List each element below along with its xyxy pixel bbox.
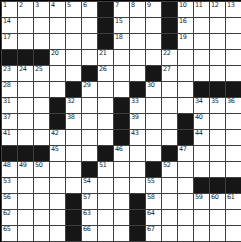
cell-r15c14[interactable] — [210, 226, 225, 241]
black-cell-r10c7 — [98, 146, 113, 161]
black-cell-r3c11 — [162, 34, 177, 49]
clue-number-44: 44 — [195, 130, 203, 137]
cell-r13c2[interactable] — [18, 194, 33, 209]
cell-r14c2[interactable] — [18, 210, 33, 225]
clue-number-20: 20 — [51, 50, 59, 57]
cell-r6c3[interactable] — [34, 82, 49, 97]
cell-r10c14[interactable] — [210, 146, 225, 161]
cell-r15c3[interactable] — [34, 226, 49, 241]
cell-r7c7[interactable] — [98, 98, 113, 113]
black-cell-r1c7 — [98, 2, 113, 17]
clue-number-16: 16 — [179, 18, 187, 25]
cell-r15c8[interactable] — [114, 226, 129, 241]
cell-r11c11[interactable]: 52 — [162, 162, 177, 177]
cell-r2c2[interactable] — [18, 18, 33, 33]
clue-number-18: 18 — [115, 34, 123, 41]
cell-r3c12[interactable]: 19 — [178, 34, 193, 49]
clue-number-6: 6 — [83, 2, 87, 9]
crossword-grid: 1234567891011121314151617181920212223242… — [0, 0, 241, 242]
cell-r12c2[interactable] — [18, 178, 33, 193]
cell-r2c9[interactable] — [130, 18, 145, 33]
clue-number-66: 66 — [83, 226, 91, 233]
cell-r7c3[interactable] — [34, 98, 49, 113]
cell-r5c8[interactable] — [114, 66, 129, 81]
black-cell-r10c2 — [18, 146, 33, 161]
clue-number-35: 35 — [211, 98, 219, 105]
cell-r5c13[interactable] — [194, 66, 209, 81]
cell-r6c8[interactable] — [114, 82, 129, 97]
black-cell-r7c4 — [50, 98, 65, 113]
cell-r12c9[interactable] — [130, 178, 145, 193]
cell-r12c11[interactable] — [162, 178, 177, 193]
cell-r10c15[interactable] — [226, 146, 241, 161]
cell-r8c11[interactable] — [162, 114, 177, 129]
cell-r1c12[interactable]: 10 — [178, 2, 193, 17]
cell-r4c7[interactable]: 21 — [98, 50, 113, 65]
cell-r1c3[interactable]: 3 — [34, 2, 49, 17]
clue-number-47: 47 — [179, 146, 187, 153]
cell-r9c10[interactable] — [146, 130, 161, 145]
cell-r6c2[interactable] — [18, 82, 33, 97]
cell-r14c10[interactable]: 64 — [146, 210, 161, 225]
clue-number-26: 26 — [99, 66, 107, 73]
cell-r8c9[interactable]: 39 — [130, 114, 145, 129]
crossword-puzzle: 1234567891011121314151617181920212223242… — [0, 0, 241, 242]
cell-r13c4[interactable] — [50, 194, 65, 209]
cell-r9c4[interactable]: 42 — [50, 130, 65, 145]
cell-r4c12[interactable] — [178, 50, 193, 65]
black-cell-r6c13 — [194, 82, 209, 97]
cell-r7c13[interactable]: 34 — [194, 98, 209, 113]
clue-number-40: 40 — [195, 114, 203, 121]
clue-number-62: 62 — [3, 210, 11, 217]
cell-r7c10[interactable] — [146, 98, 161, 113]
black-cell-r14c9 — [130, 210, 145, 225]
cell-r6c12[interactable] — [178, 82, 193, 97]
black-cell-r10c1 — [2, 146, 17, 161]
cell-r7c2[interactable] — [18, 98, 33, 113]
cell-r14c3[interactable] — [34, 210, 49, 225]
clue-number-45: 45 — [51, 146, 59, 153]
cell-r8c1[interactable]: 37 — [2, 114, 17, 129]
cell-r15c4[interactable] — [50, 226, 65, 241]
cell-r3c15[interactable] — [226, 34, 241, 49]
cell-r5c11[interactable]: 27 — [162, 66, 177, 81]
clue-number-48: 48 — [3, 162, 11, 169]
cell-r13c15[interactable]: 61 — [226, 194, 241, 209]
cell-r6c7[interactable] — [98, 82, 113, 97]
clue-number-65: 65 — [3, 226, 11, 233]
black-cell-r4c1 — [2, 50, 17, 65]
clue-number-32: 32 — [67, 98, 75, 105]
black-cell-r10c3 — [34, 146, 49, 161]
cell-r11c13[interactable] — [194, 162, 209, 177]
cell-r9c1[interactable]: 41 — [2, 130, 17, 145]
cell-r9c5[interactable] — [66, 130, 81, 145]
black-cell-r5c6 — [82, 66, 97, 81]
clue-number-13: 13 — [227, 2, 235, 9]
cell-r14c4[interactable] — [50, 210, 65, 225]
black-cell-r6c5 — [66, 82, 81, 97]
cell-r13c12[interactable] — [178, 194, 193, 209]
cell-r14c12[interactable] — [178, 210, 193, 225]
clue-number-37: 37 — [3, 114, 11, 121]
black-cell-r2c11 — [162, 18, 177, 33]
cell-r2c5[interactable] — [66, 18, 81, 33]
cell-r11c14[interactable] — [210, 162, 225, 177]
clue-number-1: 1 — [3, 2, 7, 9]
cell-r7c15[interactable]: 36 — [226, 98, 241, 113]
cell-r2c6[interactable] — [82, 18, 97, 33]
cell-r4c4[interactable]: 20 — [50, 50, 65, 65]
clue-number-55: 55 — [147, 178, 155, 185]
cell-r11c3[interactable]: 50 — [34, 162, 49, 177]
cell-r5c5[interactable] — [66, 66, 81, 81]
clue-number-30: 30 — [147, 82, 155, 89]
cell-r10c13[interactable] — [194, 146, 209, 161]
cell-r13c3[interactable] — [34, 194, 49, 209]
cell-r5c12[interactable] — [178, 66, 193, 81]
cell-r12c8[interactable] — [114, 178, 129, 193]
cell-r11c8[interactable] — [114, 162, 129, 177]
cell-r9c9[interactable]: 43 — [130, 130, 145, 145]
cell-r12c4[interactable] — [50, 178, 65, 193]
cell-r4c11[interactable]: 22 — [162, 50, 177, 65]
clue-number-23: 23 — [3, 66, 11, 73]
black-cell-r5c10 — [146, 66, 161, 81]
black-cell-r6c14 — [210, 82, 225, 97]
black-cell-r15c5 — [66, 226, 81, 241]
black-cell-r12c14 — [210, 178, 225, 193]
cell-r1c5[interactable]: 5 — [66, 2, 81, 17]
cell-r15c6[interactable]: 66 — [82, 226, 97, 241]
black-cell-r15c9 — [130, 226, 145, 241]
cell-r7c12[interactable] — [178, 98, 193, 113]
clue-number-52: 52 — [163, 162, 171, 169]
clue-number-39: 39 — [131, 114, 139, 121]
cell-r3c2[interactable] — [18, 34, 33, 49]
cell-r12c5[interactable] — [66, 178, 81, 193]
cell-r5c3[interactable]: 25 — [34, 66, 49, 81]
cell-r11c15[interactable] — [226, 162, 241, 177]
black-cell-r11c10 — [146, 162, 161, 177]
cell-r3c14[interactable] — [210, 34, 225, 49]
black-cell-r12c13 — [194, 178, 209, 193]
clue-number-59: 59 — [195, 194, 203, 201]
clue-number-57: 57 — [83, 194, 91, 201]
cell-r15c11[interactable] — [162, 226, 177, 241]
cell-r1c4[interactable]: 4 — [50, 2, 65, 17]
cell-r5c2[interactable]: 24 — [18, 66, 33, 81]
cell-r4c5[interactable] — [66, 50, 81, 65]
cell-r7c11[interactable] — [162, 98, 177, 113]
black-cell-r8c12 — [178, 114, 193, 129]
cell-r7c6[interactable] — [82, 98, 97, 113]
clue-number-36: 36 — [227, 98, 235, 105]
cell-r8c5[interactable]: 38 — [66, 114, 81, 129]
black-cell-r1c11 — [162, 2, 177, 17]
cell-r15c2[interactable] — [18, 226, 33, 241]
clue-number-7: 7 — [115, 2, 119, 9]
black-cell-r8c8 — [114, 114, 129, 129]
cell-r3c1[interactable]: 17 — [2, 34, 17, 49]
clue-number-14: 14 — [3, 18, 11, 25]
cell-r14c14[interactable] — [210, 210, 225, 225]
cell-r10c9[interactable] — [130, 146, 145, 161]
clue-number-34: 34 — [195, 98, 203, 105]
clue-number-15: 15 — [115, 18, 123, 25]
cell-r14c15[interactable] — [226, 210, 241, 225]
cell-r4c15[interactable] — [226, 50, 241, 65]
cell-r6c6[interactable]: 29 — [82, 82, 97, 97]
cell-r13c10[interactable]: 58 — [146, 194, 161, 209]
clue-number-54: 54 — [83, 178, 91, 185]
cell-r12c1[interactable]: 53 — [2, 178, 17, 193]
cell-r8c6[interactable] — [82, 114, 97, 129]
cell-r14c13[interactable] — [194, 210, 209, 225]
clue-number-27: 27 — [163, 66, 171, 73]
cell-r9c11[interactable] — [162, 130, 177, 145]
cell-r4c6[interactable] — [82, 50, 97, 65]
cell-r2c4[interactable] — [50, 18, 65, 33]
cell-r3c5[interactable] — [66, 34, 81, 49]
black-cell-r14c5 — [66, 210, 81, 225]
cell-r5c14[interactable] — [210, 66, 225, 81]
cell-r15c12[interactable] — [178, 226, 193, 241]
black-cell-r9c12 — [178, 130, 193, 145]
cell-r10c4[interactable]: 45 — [50, 146, 65, 161]
clue-number-8: 8 — [131, 2, 135, 9]
cell-r3c9[interactable] — [130, 34, 145, 49]
clue-number-25: 25 — [35, 66, 43, 73]
cell-r12c7[interactable] — [98, 178, 113, 193]
cell-r1c6[interactable]: 6 — [82, 2, 97, 17]
cell-r7c1[interactable]: 31 — [2, 98, 17, 113]
cell-r8c13[interactable]: 40 — [194, 114, 209, 129]
cell-r1c9[interactable]: 8 — [130, 2, 145, 17]
black-cell-r8c4 — [50, 114, 65, 129]
cell-r5c15[interactable] — [226, 66, 241, 81]
cell-r7c14[interactable]: 35 — [210, 98, 225, 113]
clue-number-42: 42 — [51, 130, 59, 137]
cell-r11c5[interactable] — [66, 162, 81, 177]
clue-number-24: 24 — [19, 66, 27, 73]
cell-r2c1[interactable]: 14 — [2, 18, 17, 33]
clue-number-41: 41 — [3, 130, 11, 137]
cell-r9c6[interactable] — [82, 130, 97, 145]
cell-r8c3[interactable] — [34, 114, 49, 129]
black-cell-r9c8 — [114, 130, 129, 145]
cell-r10c6[interactable] — [82, 146, 97, 161]
cell-r11c9[interactable] — [130, 162, 145, 177]
cell-r8c15[interactable] — [226, 114, 241, 129]
clue-number-4: 4 — [51, 2, 55, 9]
cell-r11c7[interactable]: 51 — [98, 162, 113, 177]
black-cell-r6c9 — [130, 82, 145, 97]
cell-r4c13[interactable] — [194, 50, 209, 65]
cell-r13c13[interactable]: 59 — [194, 194, 209, 209]
cell-r2c15[interactable] — [226, 18, 241, 33]
clue-number-46: 46 — [115, 146, 123, 153]
cell-r15c1[interactable]: 65 — [2, 226, 17, 241]
cell-r14c7[interactable] — [98, 210, 113, 225]
clue-number-50: 50 — [35, 162, 43, 169]
cell-r9c2[interactable] — [18, 130, 33, 145]
black-cell-r4c3 — [34, 50, 49, 65]
cell-r9c7[interactable] — [98, 130, 113, 145]
cell-r1c2[interactable]: 2 — [18, 2, 33, 17]
cell-r10c5[interactable] — [66, 146, 81, 161]
cell-r6c10[interactable]: 30 — [146, 82, 161, 97]
cell-r12c12[interactable] — [178, 178, 193, 193]
cell-r5c7[interactable]: 26 — [98, 66, 113, 81]
cell-r14c1[interactable]: 62 — [2, 210, 17, 225]
cell-r12c6[interactable]: 54 — [82, 178, 97, 193]
cell-r13c7[interactable] — [98, 194, 113, 209]
cell-r1c13[interactable]: 11 — [194, 2, 209, 17]
cell-r6c1[interactable]: 28 — [2, 82, 17, 97]
clue-number-22: 22 — [163, 50, 171, 57]
cell-r8c2[interactable] — [18, 114, 33, 129]
clue-number-38: 38 — [67, 114, 75, 121]
clue-number-61: 61 — [227, 194, 235, 201]
clue-number-67: 67 — [147, 226, 155, 233]
cell-r9c15[interactable] — [226, 130, 241, 145]
cell-r15c7[interactable] — [98, 226, 113, 241]
cell-r7c5[interactable]: 32 — [66, 98, 81, 113]
cell-r11c1[interactable]: 48 — [2, 162, 17, 177]
black-cell-r13c9 — [130, 194, 145, 209]
clue-number-3: 3 — [35, 2, 39, 9]
clue-number-64: 64 — [147, 210, 155, 217]
cell-r14c11[interactable] — [162, 210, 177, 225]
cell-r3c13[interactable] — [194, 34, 209, 49]
cell-r8c14[interactable] — [210, 114, 225, 129]
cell-r13c14[interactable]: 60 — [210, 194, 225, 209]
black-cell-r6c15 — [226, 82, 241, 97]
clue-number-19: 19 — [179, 34, 187, 41]
cell-r14c8[interactable] — [114, 210, 129, 225]
cell-r11c2[interactable]: 49 — [18, 162, 33, 177]
clue-number-5: 5 — [67, 2, 71, 9]
cell-r8c7[interactable] — [98, 114, 113, 129]
cell-r1c15[interactable]: 13 — [226, 2, 241, 17]
cell-r8c10[interactable] — [146, 114, 161, 129]
black-cell-r4c2 — [18, 50, 33, 65]
cell-r5c1[interactable]: 23 — [2, 66, 17, 81]
cell-r5c9[interactable] — [130, 66, 145, 81]
cell-r15c15[interactable] — [226, 226, 241, 241]
cell-r3c4[interactable] — [50, 34, 65, 49]
cell-r1c14[interactable]: 12 — [210, 2, 225, 17]
black-cell-r13c5 — [66, 194, 81, 209]
black-cell-r7c8 — [114, 98, 129, 113]
cell-r6c11[interactable] — [162, 82, 177, 97]
clue-number-21: 21 — [99, 50, 107, 57]
clue-number-56: 56 — [3, 194, 11, 201]
cell-r3c3[interactable] — [34, 34, 49, 49]
clue-number-29: 29 — [83, 82, 91, 89]
cell-r1c8[interactable]: 7 — [114, 2, 129, 17]
cell-r13c6[interactable]: 57 — [82, 194, 97, 209]
cell-r3c8[interactable]: 18 — [114, 34, 129, 49]
cell-r12c10[interactable]: 55 — [146, 178, 161, 193]
clue-number-60: 60 — [211, 194, 219, 201]
clue-number-51: 51 — [99, 162, 107, 169]
black-cell-r2c7 — [98, 18, 113, 33]
clue-number-49: 49 — [19, 162, 27, 169]
cell-r4c9[interactable] — [130, 50, 145, 65]
cell-r1c1[interactable]: 1 — [2, 2, 17, 17]
cell-r2c10[interactable] — [146, 18, 161, 33]
cell-r10c12[interactable]: 47 — [178, 146, 193, 161]
cell-r4c10[interactable] — [146, 50, 161, 65]
cell-r15c10[interactable]: 67 — [146, 226, 161, 241]
clue-number-17: 17 — [3, 34, 11, 41]
cell-r2c8[interactable]: 15 — [114, 18, 129, 33]
cell-r4c14[interactable] — [210, 50, 225, 65]
clue-number-53: 53 — [3, 178, 11, 185]
clue-number-33: 33 — [131, 98, 139, 105]
cell-r2c13[interactable] — [194, 18, 209, 33]
cell-r6c4[interactable] — [50, 82, 65, 97]
cell-r1c10[interactable]: 9 — [146, 2, 161, 17]
clue-number-10: 10 — [179, 2, 187, 9]
cell-r13c8[interactable] — [114, 194, 129, 209]
clue-number-11: 11 — [195, 2, 203, 9]
clue-number-28: 28 — [3, 82, 11, 89]
cell-r10c10[interactable] — [146, 146, 161, 161]
clue-number-2: 2 — [19, 2, 23, 9]
cell-r10c8[interactable]: 46 — [114, 146, 129, 161]
cell-r5c4[interactable] — [50, 66, 65, 81]
clue-number-9: 9 — [147, 2, 151, 9]
cell-r11c4[interactable] — [50, 162, 65, 177]
cell-r7c9[interactable]: 33 — [130, 98, 145, 113]
black-cell-r12c15 — [226, 178, 241, 193]
clue-number-63: 63 — [83, 210, 91, 217]
clue-number-31: 31 — [3, 98, 11, 105]
black-cell-r3c7 — [98, 34, 113, 49]
cell-r4c8[interactable] — [114, 50, 129, 65]
cell-r13c1[interactable]: 56 — [2, 194, 17, 209]
cell-r2c14[interactable] — [210, 18, 225, 33]
cell-r3c6[interactable] — [82, 34, 97, 49]
cell-r9c13[interactable]: 44 — [194, 130, 209, 145]
cell-r2c3[interactable] — [34, 18, 49, 33]
cell-r15c13[interactable] — [194, 226, 209, 241]
clue-number-43: 43 — [131, 130, 139, 137]
black-cell-r11c6 — [82, 162, 97, 177]
cell-r3c10[interactable] — [146, 34, 161, 49]
cell-r9c3[interactable] — [34, 130, 49, 145]
cell-r2c12[interactable]: 16 — [178, 18, 193, 33]
cell-r9c14[interactable] — [210, 130, 225, 145]
clue-number-58: 58 — [147, 194, 155, 201]
cell-r11c12[interactable] — [178, 162, 193, 177]
cell-r14c6[interactable]: 63 — [82, 210, 97, 225]
cell-r12c3[interactable] — [34, 178, 49, 193]
black-cell-r10c11 — [162, 146, 177, 161]
cell-r13c11[interactable] — [162, 194, 177, 209]
clue-number-12: 12 — [211, 2, 219, 9]
